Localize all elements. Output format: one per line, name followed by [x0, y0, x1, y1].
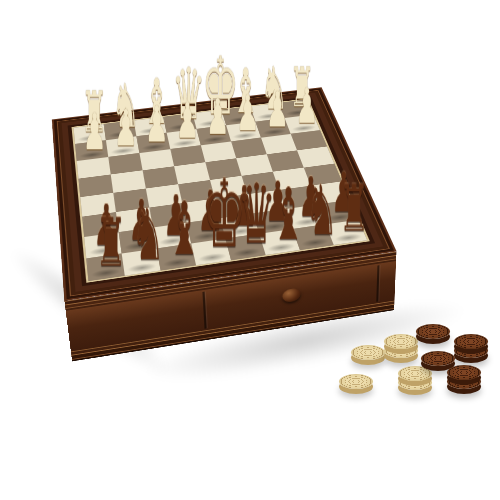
- white-pawn: ♟: [206, 92, 225, 141]
- black-bishop: ♝: [167, 193, 189, 266]
- product-photo: ♜♞♝♛♚♝♞♜♟♟♟♟♟♟♟♟♟♟♟♟♟♟♟♟♜♞♝♚♛♝♞♜: [0, 0, 500, 500]
- black-king: ♚: [202, 167, 224, 261]
- drawer-knob: [282, 287, 300, 303]
- scene: ♜♞♝♛♚♝♞♜♟♟♟♟♟♟♟♟♟♟♟♟♟♟♟♟♜♞♝♚♛♝♞♜: [0, 0, 500, 500]
- drawer-seam-right: [376, 265, 379, 302]
- drawer-seam-left: [202, 292, 206, 329]
- square: ♟: [136, 133, 170, 153]
- square: [77, 157, 111, 179]
- white-pawn: ♟: [236, 89, 255, 138]
- white-pawn: ♟: [83, 107, 102, 157]
- black-knight: ♞: [305, 177, 326, 246]
- white-pawn: ♟: [266, 85, 285, 134]
- black-rook: ♜: [339, 177, 360, 241]
- square: [291, 130, 327, 150]
- square: ♟: [255, 118, 290, 138]
- chess-case: ♜♞♝♛♚♝♞♜♟♟♟♟♟♟♟♟♟♟♟♟♟♟♟♟♜♞♝♚♛♝♞♜: [52, 87, 397, 301]
- black-knight: ♞: [131, 200, 153, 271]
- white-pawn: ♟: [145, 100, 164, 150]
- square: ♞: [122, 248, 161, 275]
- black-rook: ♜: [95, 210, 117, 276]
- white-pawn: ♟: [295, 82, 314, 131]
- white-pawn: ♟: [114, 103, 133, 153]
- chess-board: ♜♞♝♛♚♝♞♜♟♟♟♟♟♟♟♟♟♟♟♟♟♟♟♟♜♞♝♚♛♝♞♜: [72, 98, 370, 282]
- square: ♜: [86, 253, 124, 281]
- white-pawn: ♟: [176, 96, 195, 146]
